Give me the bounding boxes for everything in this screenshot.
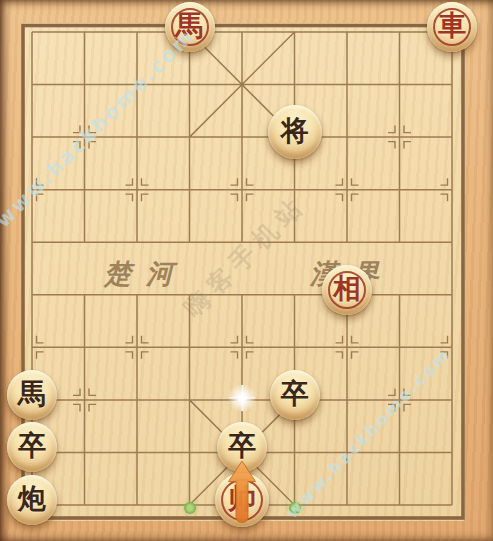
piece-character: 卒 (18, 432, 46, 460)
piece-character: 車 (438, 12, 466, 40)
piece-character: 馬 (18, 380, 46, 408)
xiangqi-game-screen: 楚河 漢界 馬車将相馬卒卒卒炮帅 www.hackhome.com www.ha… (0, 0, 493, 541)
piece-character: 将 (281, 117, 309, 145)
piece-character: 帅 (228, 485, 256, 513)
piece-black-horse[interactable]: 馬 (7, 370, 57, 420)
legal-move-dot[interactable] (184, 502, 196, 514)
piece-character: 卒 (228, 432, 256, 460)
piece-red-chariot[interactable]: 車 (427, 2, 477, 52)
piece-character: 馬 (176, 12, 204, 40)
piece-red-elephant[interactable]: 相 (322, 265, 372, 315)
piece-red-horse[interactable]: 馬 (165, 2, 215, 52)
piece-black-general[interactable]: 将 (268, 105, 322, 159)
river-label-left: 楚河 (103, 258, 188, 289)
piece-black-cannon[interactable]: 炮 (7, 475, 57, 525)
piece-character: 卒 (281, 380, 309, 408)
legal-move-dot[interactable] (289, 502, 301, 514)
piece-character: 炮 (18, 485, 46, 513)
piece-character: 相 (333, 275, 361, 303)
piece-black-soldier[interactable]: 卒 (270, 370, 320, 420)
piece-red-general[interactable]: 帅 (215, 473, 269, 527)
